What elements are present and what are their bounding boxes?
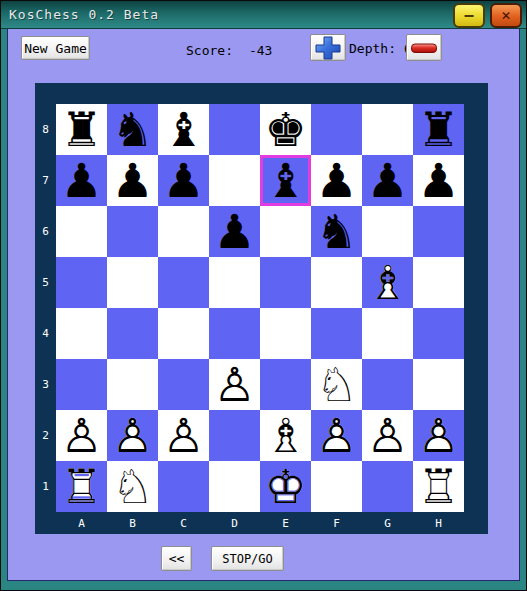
- depth-increase-button[interactable]: [310, 34, 346, 61]
- chess-board: ♜♞♝♚♜♟♟♟♝♟♟♟♟♞♝♗♟♙♞♘♟♙♟♙♟♙♝♗♟♙♟♙♟♙♜♖♞♘♚♔…: [35, 83, 488, 534]
- square-f1[interactable]: [311, 461, 362, 512]
- square-c4[interactable]: [158, 308, 209, 359]
- square-a6[interactable]: [56, 206, 107, 257]
- piece-black-pawn-g7[interactable]: ♟: [362, 155, 413, 206]
- piece-white-pawn-h2[interactable]: ♟♙: [413, 410, 464, 461]
- square-h6[interactable]: [413, 206, 464, 257]
- square-c8[interactable]: ♝: [158, 104, 209, 155]
- square-a7[interactable]: ♟: [56, 155, 107, 206]
- file-label-f: F: [311, 512, 362, 534]
- square-d7[interactable]: [209, 155, 260, 206]
- depth-label: Depth:: [349, 41, 396, 56]
- square-b8[interactable]: ♞: [107, 104, 158, 155]
- square-b1[interactable]: ♞♘: [107, 461, 158, 512]
- file-label-g: G: [362, 512, 413, 534]
- piece-white-pawn-c2[interactable]: ♟♙: [158, 410, 209, 461]
- piece-black-pawn-f7[interactable]: ♟: [311, 155, 362, 206]
- file-label-b: B: [107, 512, 158, 534]
- square-e2[interactable]: ♝♗: [260, 410, 311, 461]
- piece-black-pawn-h7[interactable]: ♟: [413, 155, 464, 206]
- stop-go-button[interactable]: STOP/GO: [211, 546, 284, 571]
- square-d1[interactable]: [209, 461, 260, 512]
- piece-white-bishop-e2[interactable]: ♝♗: [260, 410, 311, 461]
- file-label-h: H: [413, 512, 464, 534]
- square-b6[interactable]: [107, 206, 158, 257]
- rank-label-1: 1: [35, 461, 56, 512]
- square-e5[interactable]: [260, 257, 311, 308]
- file-label-e: E: [260, 512, 311, 534]
- piece-black-rook-a8[interactable]: ♜: [56, 104, 107, 155]
- square-e7[interactable]: ♝: [260, 155, 311, 206]
- score-display: Score: -43: [186, 43, 272, 58]
- piece-white-bishop-g5[interactable]: ♝♗: [362, 257, 413, 308]
- square-e3[interactable]: [260, 359, 311, 410]
- close-button[interactable]: ✕: [490, 3, 522, 28]
- piece-white-pawn-g2[interactable]: ♟♙: [362, 410, 413, 461]
- piece-white-knight-b1[interactable]: ♞♘: [107, 461, 158, 512]
- board-grid: ♜♞♝♚♜♟♟♟♝♟♟♟♟♞♝♗♟♙♞♘♟♙♟♙♟♙♝♗♟♙♟♙♟♙♜♖♞♘♚♔…: [56, 104, 464, 512]
- file-label-a: A: [56, 512, 107, 534]
- score-value: -43: [249, 43, 272, 58]
- minimize-icon: –: [464, 8, 473, 23]
- rank-label-3: 3: [35, 359, 56, 410]
- square-g2[interactable]: ♟♙: [362, 410, 413, 461]
- piece-white-rook-h1[interactable]: ♜♖: [413, 461, 464, 512]
- piece-white-pawn-a2[interactable]: ♟♙: [56, 410, 107, 461]
- square-c6[interactable]: [158, 206, 209, 257]
- square-b4[interactable]: [107, 308, 158, 359]
- piece-black-bishop-e7[interactable]: ♝: [260, 155, 311, 206]
- square-h2[interactable]: ♟♙: [413, 410, 464, 461]
- square-h1[interactable]: ♜♖: [413, 461, 464, 512]
- square-h3[interactable]: [413, 359, 464, 410]
- square-a8[interactable]: ♜: [56, 104, 107, 155]
- minus-icon: [410, 39, 438, 57]
- square-f2[interactable]: ♟♙: [311, 410, 362, 461]
- square-d4[interactable]: [209, 308, 260, 359]
- score-label: Score:: [186, 43, 233, 58]
- square-g5[interactable]: ♝♗: [362, 257, 413, 308]
- square-a1[interactable]: ♜♖: [56, 461, 107, 512]
- square-b3[interactable]: [107, 359, 158, 410]
- minimize-button[interactable]: –: [453, 3, 485, 28]
- depth-display: Depth: 6: [349, 41, 412, 56]
- piece-black-pawn-b7[interactable]: ♟: [107, 155, 158, 206]
- piece-black-pawn-a7[interactable]: ♟: [56, 155, 107, 206]
- square-b7[interactable]: ♟: [107, 155, 158, 206]
- rank-label-6: 6: [35, 206, 56, 257]
- square-f5[interactable]: [311, 257, 362, 308]
- square-f3[interactable]: ♞♘: [311, 359, 362, 410]
- square-f7[interactable]: ♟: [311, 155, 362, 206]
- titlebar[interactable]: KosChess 0.2 Beta – ✕: [1, 1, 526, 29]
- takeback-button[interactable]: <<: [161, 546, 192, 571]
- square-a4[interactable]: [56, 308, 107, 359]
- piece-white-king-e1[interactable]: ♚♔: [260, 461, 311, 512]
- app-window: KosChess 0.2 Beta – ✕ New Game Score: -4…: [0, 0, 527, 591]
- piece-black-king-e8[interactable]: ♚: [260, 104, 311, 155]
- depth-decrease-button[interactable]: [406, 34, 442, 61]
- piece-black-pawn-c7[interactable]: ♟: [158, 155, 209, 206]
- piece-white-knight-f3[interactable]: ♞♘: [311, 359, 362, 410]
- square-b2[interactable]: ♟♙: [107, 410, 158, 461]
- square-d3[interactable]: ♟♙: [209, 359, 260, 410]
- rank-label-8: 8: [35, 104, 56, 155]
- plus-icon: [315, 36, 341, 60]
- square-h4[interactable]: [413, 308, 464, 359]
- square-h8[interactable]: ♜: [413, 104, 464, 155]
- piece-white-pawn-b2[interactable]: ♟♙: [107, 410, 158, 461]
- square-d8[interactable]: [209, 104, 260, 155]
- square-c3[interactable]: [158, 359, 209, 410]
- square-g3[interactable]: [362, 359, 413, 410]
- square-e4[interactable]: [260, 308, 311, 359]
- square-b5[interactable]: [107, 257, 158, 308]
- rank-label-5: 5: [35, 257, 56, 308]
- square-d2[interactable]: [209, 410, 260, 461]
- square-g7[interactable]: ♟: [362, 155, 413, 206]
- piece-white-rook-a1[interactable]: ♜♖: [56, 461, 107, 512]
- square-a5[interactable]: [56, 257, 107, 308]
- square-g6[interactable]: [362, 206, 413, 257]
- square-g1[interactable]: [362, 461, 413, 512]
- rank-label-2: 2: [35, 410, 56, 461]
- square-a2[interactable]: ♟♙: [56, 410, 107, 461]
- square-c7[interactable]: ♟: [158, 155, 209, 206]
- square-h5[interactable]: [413, 257, 464, 308]
- file-label-d: D: [209, 512, 260, 534]
- piece-black-rook-h8[interactable]: ♜: [413, 104, 464, 155]
- square-f4[interactable]: [311, 308, 362, 359]
- square-e8[interactable]: ♚: [260, 104, 311, 155]
- square-c1[interactable]: [158, 461, 209, 512]
- file-label-c: C: [158, 512, 209, 534]
- close-icon: ✕: [501, 8, 510, 23]
- square-c5[interactable]: [158, 257, 209, 308]
- piece-black-knight-f6[interactable]: ♞: [311, 206, 362, 257]
- rank-label-7: 7: [35, 155, 56, 206]
- square-c2[interactable]: ♟♙: [158, 410, 209, 461]
- new-game-button[interactable]: New Game: [21, 36, 90, 60]
- piece-white-pawn-d3[interactable]: ♟♙: [209, 359, 260, 410]
- square-h7[interactable]: ♟: [413, 155, 464, 206]
- square-f6[interactable]: ♞: [311, 206, 362, 257]
- square-d6[interactable]: ♟: [209, 206, 260, 257]
- piece-black-knight-b8[interactable]: ♞: [107, 104, 158, 155]
- square-g8[interactable]: [362, 104, 413, 155]
- window-title: KosChess 0.2 Beta: [9, 1, 159, 28]
- square-d5[interactable]: [209, 257, 260, 308]
- square-e1[interactable]: ♚♔: [260, 461, 311, 512]
- piece-black-pawn-d6[interactable]: ♟: [209, 206, 260, 257]
- piece-black-bishop-c8[interactable]: ♝: [158, 104, 209, 155]
- rank-label-4: 4: [35, 308, 56, 359]
- piece-white-pawn-f2[interactable]: ♟♙: [311, 410, 362, 461]
- square-f8[interactable]: [311, 104, 362, 155]
- square-g4[interactable]: [362, 308, 413, 359]
- square-a3[interactable]: [56, 359, 107, 410]
- square-e6[interactable]: [260, 206, 311, 257]
